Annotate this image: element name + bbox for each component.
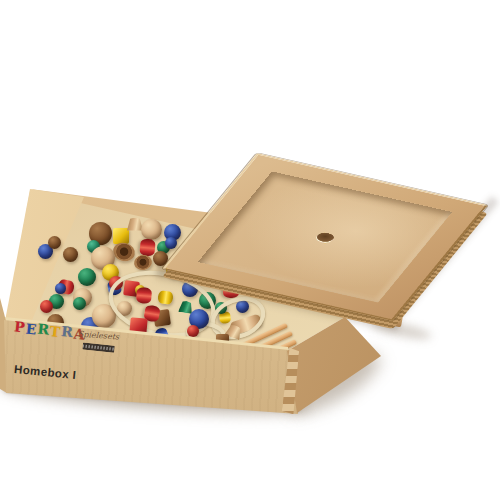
product-photo-stage: PERTRA Spielesets Homebox I <box>0 0 500 500</box>
bead-yellow-cube <box>113 228 129 244</box>
bead-brown-sphere <box>63 247 78 262</box>
peg-hole <box>314 232 335 243</box>
bead-red-cyl <box>139 238 155 256</box>
brand-badge <box>82 342 115 352</box>
bead-natural-sphere <box>141 219 162 240</box>
bead-blue-sphere <box>165 237 177 249</box>
logo-letter: T <box>49 324 62 339</box>
bead-red-sphere <box>40 300 53 313</box>
bead-green-sphere <box>78 268 96 286</box>
pegboard-hole-grid <box>198 171 452 302</box>
bead-green-sphere <box>73 297 86 310</box>
bead-brown-sphere <box>48 236 61 249</box>
bead-blue-sphere <box>55 283 66 294</box>
logo-letter: E <box>25 321 38 336</box>
bead-red-sphere <box>187 325 199 337</box>
